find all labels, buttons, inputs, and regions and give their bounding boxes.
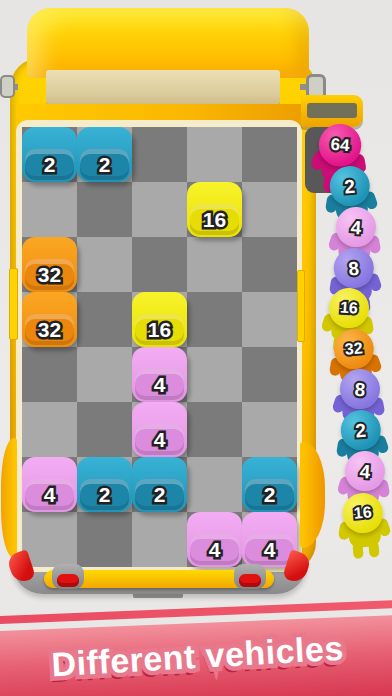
block-16[interactable]: 16 — [132, 292, 187, 347]
board-cell — [187, 402, 242, 457]
board-cell — [242, 127, 297, 182]
board-cell — [77, 402, 132, 457]
boarding-step — [301, 95, 363, 127]
block-2[interactable]: 2 — [242, 457, 297, 512]
block-4[interactable]: 4 — [132, 402, 187, 457]
board-cell — [132, 237, 187, 292]
character-value: 4 — [359, 461, 371, 481]
board-cell — [187, 127, 242, 182]
board-cell — [22, 347, 77, 402]
block-value: 4 — [209, 539, 221, 560]
brake-light-right-icon — [239, 574, 261, 587]
block-2[interactable]: 2 — [22, 127, 77, 182]
block-value: 4 — [154, 374, 166, 395]
block-16[interactable]: 16 — [187, 182, 242, 237]
block-value: 4 — [264, 539, 276, 560]
character-value: 8 — [354, 379, 366, 399]
board-cell — [242, 237, 297, 292]
left-mirror-icon — [0, 75, 15, 98]
board-cell — [22, 512, 77, 567]
brake-light-left-icon — [57, 574, 79, 587]
block-value: 16 — [148, 319, 171, 340]
bottom-banner: Different vehicles — [0, 594, 392, 696]
character-value: 64 — [330, 136, 350, 154]
boarding-step-inset — [307, 103, 357, 118]
character-value: 2 — [355, 420, 367, 440]
block-4[interactable]: 4 — [132, 347, 187, 402]
board-cell — [77, 182, 132, 237]
character-value: 8 — [348, 258, 360, 278]
block-value: 2 — [99, 154, 111, 175]
board-cell — [77, 512, 132, 567]
character-value: 4 — [350, 217, 362, 237]
board-cell — [77, 237, 132, 292]
board-cell — [242, 347, 297, 402]
block-value: 16 — [203, 209, 226, 230]
board-cell — [187, 347, 242, 402]
block-value: 4 — [44, 484, 56, 505]
left-door — [9, 268, 18, 340]
board-cell — [187, 237, 242, 292]
board-cell — [22, 182, 77, 237]
block-2[interactable]: 2 — [77, 457, 132, 512]
right-door — [297, 270, 305, 342]
left-fender — [1, 438, 17, 558]
character-value: 16 — [340, 299, 359, 316]
block-value: 4 — [154, 429, 166, 450]
character-value: 2 — [344, 176, 356, 196]
block-4[interactable]: 4 — [187, 512, 242, 567]
block-value: 2 — [154, 484, 166, 505]
character-value: 32 — [344, 340, 363, 357]
block-value: 2 — [44, 154, 56, 175]
character-value: 16 — [353, 504, 372, 521]
puzzle-board: 221632321644422244 — [22, 127, 297, 567]
block-2[interactable]: 2 — [132, 457, 187, 512]
board-cell — [242, 402, 297, 457]
board-cell — [242, 182, 297, 237]
board-cell — [77, 347, 132, 402]
block-value: 32 — [38, 264, 61, 285]
board-cell — [77, 292, 132, 347]
board-cell — [242, 292, 297, 347]
board-cell — [187, 457, 242, 512]
block-32[interactable]: 32 — [22, 237, 77, 292]
right-fender — [300, 442, 325, 548]
block-2[interactable]: 2 — [77, 127, 132, 182]
banner-band: Different vehicles — [0, 615, 392, 696]
board-cell — [132, 512, 187, 567]
bus-hood — [27, 8, 309, 78]
block-4[interactable]: 4 — [22, 457, 77, 512]
block-value: 2 — [264, 484, 276, 505]
windshield — [46, 70, 280, 104]
game-screen: 221632321644422244 64248163282416 Differ… — [0, 0, 392, 696]
board-cell — [187, 292, 242, 347]
block-value: 2 — [99, 484, 111, 505]
board-cell — [132, 182, 187, 237]
block-32[interactable]: 32 — [22, 292, 77, 347]
queue-character-16: 16 — [333, 491, 392, 564]
board-cell — [132, 127, 187, 182]
block-value: 32 — [38, 319, 61, 340]
banner-text: Different vehicles — [50, 629, 344, 685]
board-cell — [22, 402, 77, 457]
